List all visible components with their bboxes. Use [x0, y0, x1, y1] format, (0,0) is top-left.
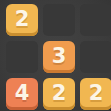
empty-cell-r0c1	[43, 4, 75, 36]
cell-r2c0: 4	[6, 78, 38, 110]
cell-r2c2: 2	[80, 78, 111, 110]
tile-4[interactable]: 4	[6, 78, 38, 110]
tile-2[interactable]: 2	[6, 4, 38, 36]
cell-r2c1: 2	[43, 78, 75, 110]
empty-cell-r0c2	[80, 4, 111, 36]
empty-cell-r1c0	[6, 41, 38, 73]
empty-cell-r1c2	[80, 41, 111, 73]
game-board: 2 3 4 2 2	[0, 0, 111, 111]
tile-3[interactable]: 3	[43, 41, 75, 73]
cell-r0c0: 2	[6, 4, 38, 36]
cell-r1c1: 3	[43, 41, 75, 73]
tile-2[interactable]: 2	[80, 78, 111, 110]
tile-2[interactable]: 2	[43, 78, 75, 110]
